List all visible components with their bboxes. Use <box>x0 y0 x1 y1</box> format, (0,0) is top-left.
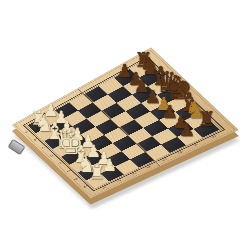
rank-label-1: 1 <box>100 184 110 191</box>
file-label-f: f <box>64 168 74 175</box>
rank-label-2: 2 <box>114 177 124 184</box>
file-label-g: g <box>72 175 82 182</box>
file-label-c: c <box>39 144 49 151</box>
product-photo-background: { "game": "chess", "scene": "wooden fold… <box>0 0 240 240</box>
file-label-b: b <box>30 136 40 143</box>
chess-board: abcdefgh12345678 <box>12 47 239 198</box>
file-label-d: d <box>47 152 57 159</box>
file-label-a: a <box>22 128 32 135</box>
rank-label-5: 5 <box>160 156 171 163</box>
rank-label-8: 8 <box>208 133 220 141</box>
rank-label-3: 3 <box>129 170 139 177</box>
rank-label-7: 7 <box>192 141 203 149</box>
rank-label-4: 4 <box>144 163 155 170</box>
file-label-e: e <box>55 160 65 167</box>
file-label-h: h <box>80 183 90 190</box>
rank-label-6: 6 <box>175 148 186 156</box>
